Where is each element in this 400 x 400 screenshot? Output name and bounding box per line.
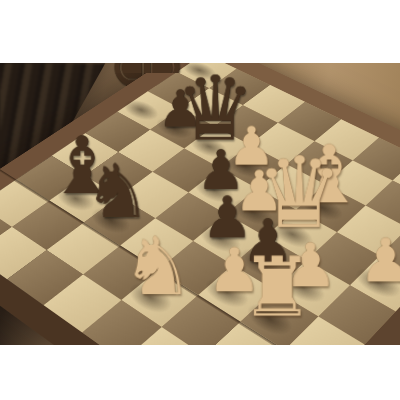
black-knight-glyph: ♞ xyxy=(84,153,151,228)
white-rook-glyph: ♜ xyxy=(241,245,315,327)
bottom-margin xyxy=(0,345,400,400)
white-pawn-glyph: ♟ xyxy=(359,231,400,291)
product-photo-stage: ♜♚♟♛♟♝♟♟♛♟♟♟♟♝♞♟♜♞ xyxy=(0,0,400,400)
white-knight-glyph: ♞ xyxy=(122,225,194,306)
top-margin xyxy=(0,0,400,63)
chessboard-photo: ♜♚♟♛♟♝♟♟♛♟♟♟♟♝♞♟♜♞ xyxy=(0,63,400,345)
